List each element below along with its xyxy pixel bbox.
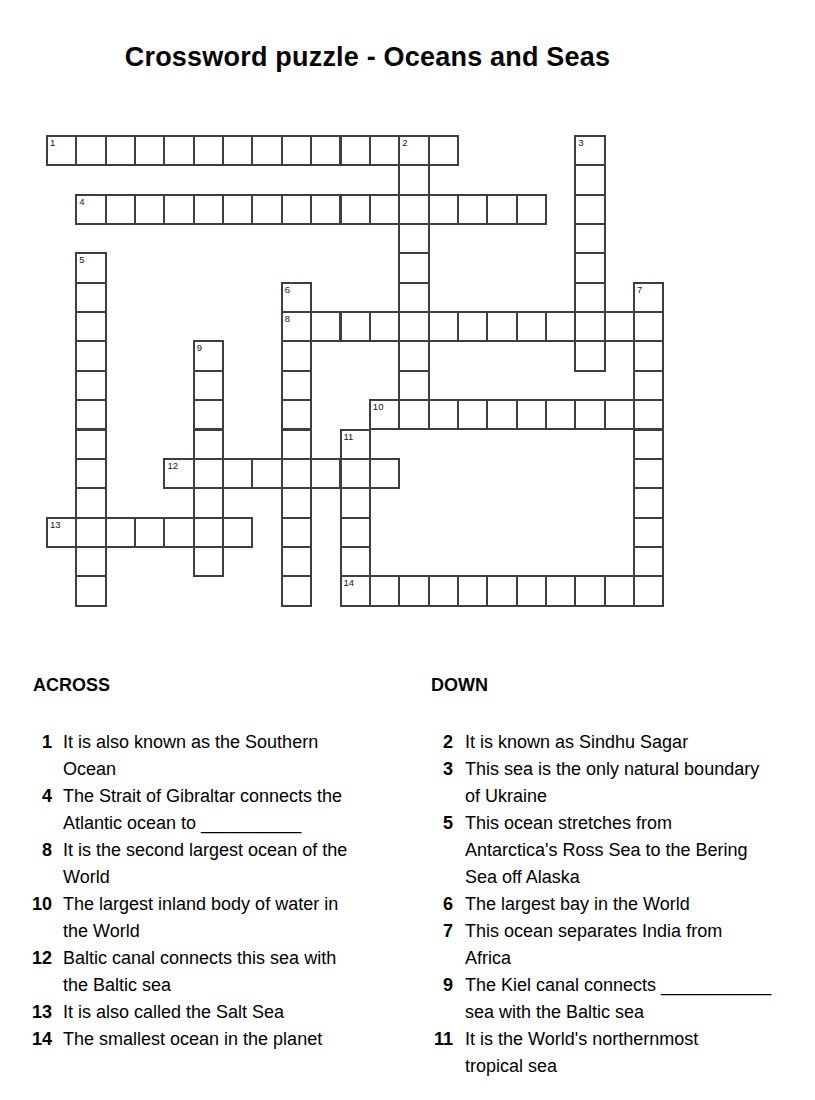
clue-down-6: 6The largest bay in the World [431,891,803,918]
crossword-grid: 1234567891011121314 [0,0,815,640]
grid-cell[interactable] [193,458,224,489]
grid-cell[interactable]: 9 [193,340,224,371]
grid-cell[interactable] [574,252,605,283]
grid-cell[interactable]: 5 [75,252,106,283]
grid-cell[interactable] [75,546,106,577]
clue-number: 13 [30,999,52,1026]
grid-cell[interactable] [633,399,664,430]
clue-number: 6 [431,891,453,918]
grid-cell[interactable] [457,399,488,430]
clue-number-label: 9 [197,342,202,354]
clue-text: It is also called the Salt Sea [63,999,284,1026]
grid-cell[interactable] [398,311,429,342]
grid-cell[interactable] [633,429,664,460]
grid-cell[interactable] [486,311,517,342]
grid-cell[interactable] [193,429,224,460]
clue-number-label: 1 [50,137,55,149]
grid-cell[interactable]: 4 [75,194,106,225]
grid-cell[interactable] [604,311,635,342]
grid-cell[interactable] [545,575,576,606]
grid-cell[interactable] [428,194,459,225]
grid-cell[interactable] [457,575,488,606]
grid-cell[interactable] [574,194,605,225]
grid-cell[interactable] [398,252,429,283]
across-clue-list: 1It is also known as the Southern Ocean4… [30,729,402,1053]
grid-cell[interactable] [398,194,429,225]
grid-cell[interactable] [75,282,106,313]
across-heading: ACROSS [33,674,402,696]
down-clues-section: DOWN 2It is known as Sindhu Sagar3This s… [431,674,803,1080]
grid-cell[interactable] [633,517,664,548]
grid-cell[interactable]: 11 [340,429,371,460]
grid-cell[interactable] [310,135,341,166]
grid-cell[interactable] [251,458,282,489]
grid-cell[interactable] [222,517,253,548]
grid-cell[interactable] [281,340,312,371]
grid-cell[interactable] [516,575,547,606]
clue-number: 7 [431,918,453,972]
grid-cell[interactable] [340,458,371,489]
grid-cell[interactable]: 13 [46,517,77,548]
grid-cell[interactable] [369,311,400,342]
clue-across-12: 12Baltic canal connects this sea with th… [30,945,402,999]
grid-cell[interactable] [281,487,312,518]
grid-cell[interactable] [105,135,136,166]
grid-cell[interactable] [75,340,106,371]
grid-cell[interactable] [281,135,312,166]
grid-cell[interactable] [105,517,136,548]
clue-number-label: 3 [578,137,583,149]
grid-cell[interactable] [486,575,517,606]
grid-cell[interactable] [75,517,106,548]
grid-cell[interactable] [281,458,312,489]
grid-cell[interactable] [457,311,488,342]
clue-down-5: 5This ocean stretches from Antarctica's … [431,810,803,891]
grid-cell[interactable] [75,311,106,342]
grid-cell[interactable] [369,458,400,489]
clue-number: 9 [431,972,453,1026]
grid-cell[interactable] [222,194,253,225]
grid-cell[interactable] [340,517,371,548]
grid-cell[interactable] [398,282,429,313]
grid-cell[interactable] [574,223,605,254]
clue-number-label: 11 [344,431,354,443]
grid-cell[interactable] [369,194,400,225]
grid-cell[interactable] [486,194,517,225]
grid-cell[interactable] [281,575,312,606]
grid-cell[interactable] [75,370,106,401]
grid-cell[interactable] [545,399,576,430]
grid-cell[interactable] [633,487,664,518]
grid-cell[interactable] [340,135,371,166]
grid-cell[interactable] [281,194,312,225]
clue-number: 4 [30,783,52,837]
grid-cell[interactable] [281,370,312,401]
grid-cell[interactable] [633,311,664,342]
down-clue-list: 2It is known as Sindhu Sagar3This sea is… [431,729,803,1080]
grid-cell[interactable]: 2 [398,135,429,166]
grid-cell[interactable] [574,340,605,371]
grid-cell[interactable] [193,546,224,577]
clue-text: The largest inland body of water in the … [63,891,338,945]
grid-cell[interactable]: 1 [46,135,77,166]
grid-cell[interactable] [398,575,429,606]
clue-across-14: 14The smallest ocean in the planet [30,1026,402,1053]
clue-down-7: 7This ocean separates India from Africa [431,918,803,972]
grid-cell[interactable] [193,135,224,166]
grid-cell[interactable] [105,194,136,225]
clue-number: 8 [30,837,52,891]
clue-down-3: 3This sea is the only natural boundary o… [431,756,803,810]
grid-cell[interactable] [486,399,517,430]
clue-down-9: 9The Kiel canal connects ___________ sea… [431,972,803,1026]
grid-cell[interactable]: 8 [281,311,312,342]
grid-cell[interactable] [516,311,547,342]
grid-cell[interactable]: 10 [369,399,400,430]
grid-cell[interactable] [193,370,224,401]
grid-cell[interactable]: 14 [340,575,371,606]
grid-cell[interactable] [574,282,605,313]
clue-number-label: 8 [285,313,290,325]
grid-cell[interactable] [75,458,106,489]
clue-across-13: 13It is also called the Salt Sea [30,999,402,1026]
clue-number: 5 [431,810,453,891]
grid-cell[interactable] [398,164,429,195]
grid-cell[interactable]: 7 [633,282,664,313]
clue-number: 12 [30,945,52,999]
grid-cell[interactable] [75,399,106,430]
grid-cell[interactable] [163,194,194,225]
clue-number-label: 12 [167,460,178,472]
grid-cell[interactable]: 3 [574,135,605,166]
clue-number: 2 [431,729,453,756]
clue-text: This ocean stretches from Antarctica's R… [465,810,748,891]
grid-cell[interactable] [574,311,605,342]
clue-text: This sea is the only natural boundary of… [465,756,759,810]
clue-text: This ocean separates India from Africa [465,918,722,972]
grid-cell[interactable] [193,194,224,225]
grid-cell[interactable] [398,370,429,401]
clue-number-label: 6 [285,284,290,296]
clue-number-label: 5 [79,254,84,266]
grid-cell[interactable] [369,575,400,606]
grid-cell[interactable] [516,399,547,430]
clue-down-2: 2It is known as Sindhu Sagar [431,729,803,756]
clue-text: It is known as Sindhu Sagar [465,729,688,756]
grid-cell[interactable] [251,194,282,225]
grid-cell[interactable] [310,194,341,225]
grid-cell[interactable] [222,135,253,166]
grid-cell[interactable] [193,517,224,548]
across-clues-section: ACROSS 1It is also known as the Southern… [30,674,402,1053]
grid-cell[interactable] [633,575,664,606]
grid-cell[interactable] [516,194,547,225]
grid-cell[interactable] [340,194,371,225]
grid-cell[interactable] [428,575,459,606]
grid-cell[interactable] [633,370,664,401]
grid-cell[interactable] [193,487,224,518]
grid-cell[interactable] [340,311,371,342]
grid-cell[interactable] [163,517,194,548]
clue-text: It is also known as the Southern Ocean [63,729,318,783]
grid-cell[interactable]: 12 [163,458,194,489]
crossword-page: { "title": "Crossword puzzle - Oceans an… [0,0,815,1100]
clue-across-4: 4The Strait of Gibraltar connects the At… [30,783,402,837]
grid-cell[interactable] [310,311,341,342]
grid-cell[interactable] [398,340,429,371]
grid-cell[interactable] [604,399,635,430]
grid-cell[interactable] [281,546,312,577]
grid-cell[interactable]: 6 [281,282,312,313]
clue-text: The Strait of Gibraltar connects the Atl… [63,783,342,837]
clue-number: 10 [30,891,52,945]
grid-cell[interactable] [604,575,635,606]
clue-text: It is the World's northernmost tropical … [465,1026,698,1080]
grid-cell[interactable] [251,135,282,166]
grid-cell[interactable] [398,223,429,254]
clue-number: 3 [431,756,453,810]
grid-cell[interactable] [163,135,194,166]
clue-across-10: 10The largest inland body of water in th… [30,891,402,945]
grid-cell[interactable] [75,487,106,518]
clue-number: 1 [30,729,52,783]
clue-text: The smallest ocean in the planet [63,1026,322,1053]
grid-cell[interactable] [134,135,165,166]
grid-cell[interactable] [574,164,605,195]
clue-text: The largest bay in the World [465,891,690,918]
grid-cell[interactable] [633,340,664,371]
grid-cell[interactable] [340,487,371,518]
clue-text: It is the second largest ocean of the Wo… [63,837,347,891]
grid-cell[interactable] [134,517,165,548]
grid-cell[interactable] [281,429,312,460]
grid-cell[interactable] [633,458,664,489]
grid-cell[interactable] [281,399,312,430]
grid-cell[interactable] [428,135,459,166]
grid-cell[interactable] [633,546,664,577]
grid-cell[interactable] [222,458,253,489]
clue-across-1: 1It is also known as the Southern Ocean [30,729,402,783]
clue-down-11: 11It is the World's northernmost tropica… [431,1026,803,1080]
grid-cell[interactable] [428,311,459,342]
clue-number-label: 14 [344,577,355,589]
grid-cell[interactable] [574,575,605,606]
grid-cell[interactable] [369,135,400,166]
clue-number-label: 7 [637,284,642,296]
grid-cell[interactable] [75,429,106,460]
clue-number: 14 [30,1026,52,1053]
grid-cell[interactable] [340,546,371,577]
clue-number-label: 4 [79,196,84,208]
grid-cell[interactable] [281,517,312,548]
grid-cell[interactable] [574,399,605,430]
grid-cell[interactable] [428,399,459,430]
grid-cell[interactable] [134,194,165,225]
clue-number-label: 10 [373,401,384,413]
grid-cell[interactable] [75,135,106,166]
grid-cell[interactable] [457,194,488,225]
clue-across-8: 8It is the second largest ocean of the W… [30,837,402,891]
clue-number-label: 2 [402,137,407,149]
grid-cell[interactable] [398,399,429,430]
clue-number-label: 13 [50,519,61,531]
clue-text: Baltic canal connects this sea with the … [63,945,336,999]
clue-number: 11 [431,1026,453,1080]
grid-cell[interactable] [545,311,576,342]
grid-cell[interactable] [310,458,341,489]
grid-cell[interactable] [193,399,224,430]
down-heading: DOWN [431,674,803,696]
grid-cell[interactable] [75,575,106,606]
clue-text: The Kiel canal connects ___________ sea … [465,972,771,1026]
